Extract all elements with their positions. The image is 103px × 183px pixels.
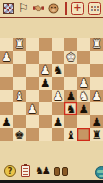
square-e4[interactable]: ♟: [52, 90, 65, 103]
square-a1[interactable]: [0, 128, 13, 141]
piece-bR-h1: ♜: [91, 129, 101, 141]
square-a7[interactable]: ♟: [0, 51, 13, 64]
piece-bK-b1: ♚: [14, 129, 24, 141]
square-f1[interactable]: ♝: [64, 128, 77, 141]
square-a4[interactable]: [0, 90, 13, 103]
square-h1[interactable]: ♜: [90, 128, 103, 141]
square-e2[interactable]: ♟: [52, 115, 65, 128]
piece-wP-c3: ♟: [27, 103, 37, 115]
help-label: ?: [8, 167, 13, 176]
bottom-toolbar: ? ♞♟: [0, 162, 103, 180]
square-e8[interactable]: [52, 38, 65, 51]
square-e1[interactable]: [52, 128, 65, 141]
plus-label: +: [73, 3, 81, 13]
help-button[interactable]: ?: [4, 165, 16, 177]
square-a6[interactable]: [0, 64, 13, 77]
square-a2[interactable]: ♟: [0, 115, 13, 128]
square-g3[interactable]: ♟: [77, 102, 90, 115]
piece-wP-a7: ♟: [1, 51, 11, 63]
square-d5[interactable]: ♟: [39, 77, 52, 90]
square-d6[interactable]: ♟: [39, 64, 52, 77]
square-d7[interactable]: [39, 51, 52, 64]
square-g5[interactable]: ♟: [77, 77, 90, 90]
square-a8[interactable]: [0, 38, 13, 51]
square-h6[interactable]: [90, 64, 103, 77]
square-e6[interactable]: ♞: [52, 64, 65, 77]
piece-bB-f1: ♝: [66, 129, 76, 141]
piece-bP-f4: ♟: [66, 90, 76, 102]
square-c7[interactable]: [26, 51, 39, 64]
square-h5[interactable]: [90, 77, 103, 90]
board-icon[interactable]: [3, 3, 14, 14]
piece-wP-d6: ♟: [40, 64, 50, 76]
square-f4[interactable]: ♟: [64, 90, 77, 103]
piece-bP-g3: ♟: [79, 103, 89, 115]
square-a3[interactable]: [0, 102, 13, 115]
piece-bN-e6: ♞: [53, 64, 63, 76]
face-icon[interactable]: [48, 3, 59, 14]
square-e3[interactable]: [52, 102, 65, 115]
square-b7[interactable]: [13, 51, 26, 64]
square-b3[interactable]: [13, 102, 26, 115]
clipboard-button[interactable]: [21, 165, 30, 177]
square-f5[interactable]: [64, 77, 77, 90]
square-h2[interactable]: ♟: [90, 115, 103, 128]
handshake-icon[interactable]: [33, 3, 44, 14]
square-c8[interactable]: [26, 38, 39, 51]
piece-wN-g4: ♞: [79, 90, 89, 102]
square-c6[interactable]: [26, 64, 39, 77]
square-b8[interactable]: ♜: [13, 38, 26, 51]
piece-wK-f7: ♚: [66, 51, 76, 63]
square-h8[interactable]: ♜: [90, 38, 103, 51]
square-f8[interactable]: [64, 38, 77, 51]
square-c1[interactable]: [26, 128, 39, 141]
piece-wP-g5: ♟: [79, 77, 89, 89]
binoculars-button[interactable]: [54, 167, 68, 176]
piece-bP-a2: ♟: [1, 116, 11, 128]
square-e7[interactable]: [52, 51, 65, 64]
square-d8[interactable]: [39, 38, 52, 51]
square-f3[interactable]: ♞: [64, 102, 77, 115]
square-c5[interactable]: [26, 77, 39, 90]
piece-bP-h2: ♟: [91, 116, 101, 128]
square-c3[interactable]: ♟: [26, 102, 39, 115]
pieces-button[interactable]: ♞♟: [35, 165, 49, 177]
toolbar-divider: [65, 2, 67, 15]
square-b1[interactable]: ♚: [13, 128, 26, 141]
setup-grid-icon: [91, 6, 99, 11]
square-f2[interactable]: [64, 115, 77, 128]
square-e5[interactable]: [52, 77, 65, 90]
square-h4[interactable]: ♟: [90, 90, 103, 103]
square-g2[interactable]: [77, 115, 90, 128]
bottom-strip: [0, 180, 103, 183]
square-c2[interactable]: [26, 115, 39, 128]
flag-icon[interactable]: ⚐: [18, 3, 29, 14]
square-d3[interactable]: [39, 102, 52, 115]
square-g6[interactable]: [77, 64, 90, 77]
chess-board: ♜♜♟♚♟♞♟♟♝♟♟♞♟♟♞♟♟♟♟♚♝♜: [0, 38, 103, 141]
square-f6[interactable]: [64, 64, 77, 77]
piece-bP-e2: ♟: [53, 116, 63, 128]
square-b2[interactable]: [13, 115, 26, 128]
setup-board-button[interactable]: [88, 2, 101, 15]
square-g8[interactable]: [77, 38, 90, 51]
piece-wP-e4: ♟: [53, 90, 63, 102]
square-g1[interactable]: [77, 128, 90, 141]
square-b5[interactable]: [13, 77, 26, 90]
plus-button[interactable]: +: [71, 2, 84, 15]
square-c4[interactable]: [26, 90, 39, 103]
square-b4[interactable]: ♝: [13, 90, 26, 103]
piece-wP-h4: ♟: [91, 90, 101, 102]
square-b6[interactable]: [13, 64, 26, 77]
piece-bP-d5: ♟: [40, 77, 50, 89]
piece-wR-h8: ♜: [91, 38, 101, 50]
square-g4[interactable]: ♞: [77, 90, 90, 103]
piece-bN-f3: ♞: [66, 103, 76, 115]
top-toolbar: ⚐ +: [0, 0, 103, 18]
square-a5[interactable]: [0, 77, 13, 90]
square-d2[interactable]: [39, 115, 52, 128]
square-g7[interactable]: [77, 51, 90, 64]
piece-wR-b8: ♜: [14, 38, 24, 50]
globe-button[interactable]: [95, 166, 103, 179]
square-h3[interactable]: [90, 102, 103, 115]
square-d4[interactable]: [39, 90, 52, 103]
piece-wB-b4: ♝: [14, 90, 24, 102]
square-h7[interactable]: [90, 51, 103, 64]
square-d1[interactable]: [39, 128, 52, 141]
square-f7[interactable]: ♚: [64, 51, 77, 64]
